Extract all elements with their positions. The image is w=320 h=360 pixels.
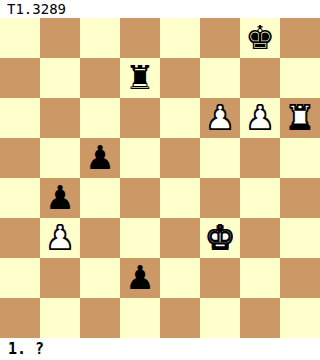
square-b1[interactable] xyxy=(40,298,80,338)
square-a7[interactable] xyxy=(0,58,40,98)
square-c3[interactable] xyxy=(80,218,120,258)
square-c1[interactable] xyxy=(80,298,120,338)
square-g4[interactable] xyxy=(240,178,280,218)
square-b8[interactable] xyxy=(40,18,80,58)
square-e4[interactable] xyxy=(160,178,200,218)
square-a3[interactable] xyxy=(0,218,40,258)
square-h7[interactable] xyxy=(280,58,320,98)
square-d2[interactable]: ♟ xyxy=(120,258,160,298)
square-d7[interactable]: ♜ xyxy=(120,58,160,98)
square-f7[interactable] xyxy=(200,58,240,98)
square-e8[interactable] xyxy=(160,18,200,58)
square-f8[interactable] xyxy=(200,18,240,58)
square-g1[interactable] xyxy=(240,298,280,338)
square-h4[interactable] xyxy=(280,178,320,218)
square-g8[interactable]: ♚ xyxy=(240,18,280,58)
square-d5[interactable] xyxy=(120,138,160,178)
square-d8[interactable] xyxy=(120,18,160,58)
square-d6[interactable] xyxy=(120,98,160,138)
square-c7[interactable] xyxy=(80,58,120,98)
square-e6[interactable] xyxy=(160,98,200,138)
square-b6[interactable] xyxy=(40,98,80,138)
square-f6[interactable]: ♟ xyxy=(200,98,240,138)
white-rook-h6[interactable]: ♜ xyxy=(280,98,320,138)
square-f4[interactable] xyxy=(200,178,240,218)
square-g3[interactable] xyxy=(240,218,280,258)
square-e5[interactable] xyxy=(160,138,200,178)
square-g5[interactable] xyxy=(240,138,280,178)
move-prompt: 1. ? xyxy=(0,338,320,360)
square-f5[interactable] xyxy=(200,138,240,178)
black-rook-d7[interactable]: ♜ xyxy=(120,58,160,98)
square-f1[interactable] xyxy=(200,298,240,338)
chess-puzzle-window: T1.3289 ♚♜♟♟♜♟♟♟♚♟ 1. ? xyxy=(0,0,320,360)
square-b4[interactable]: ♟ xyxy=(40,178,80,218)
square-a5[interactable] xyxy=(0,138,40,178)
square-h2[interactable] xyxy=(280,258,320,298)
square-d3[interactable] xyxy=(120,218,160,258)
square-a4[interactable] xyxy=(0,178,40,218)
puzzle-id: T1.3289 xyxy=(0,0,320,18)
black-pawn-d2[interactable]: ♟ xyxy=(120,258,160,298)
square-e3[interactable] xyxy=(160,218,200,258)
black-pawn-c5[interactable]: ♟ xyxy=(80,138,120,178)
square-g2[interactable] xyxy=(240,258,280,298)
square-a8[interactable] xyxy=(0,18,40,58)
square-c6[interactable] xyxy=(80,98,120,138)
white-king-f3[interactable]: ♚ xyxy=(200,218,240,258)
square-b5[interactable] xyxy=(40,138,80,178)
square-a2[interactable] xyxy=(0,258,40,298)
square-g6[interactable]: ♟ xyxy=(240,98,280,138)
square-c5[interactable]: ♟ xyxy=(80,138,120,178)
square-g7[interactable] xyxy=(240,58,280,98)
white-pawn-g6[interactable]: ♟ xyxy=(240,98,280,138)
square-f3[interactable]: ♚ xyxy=(200,218,240,258)
white-pawn-f6[interactable]: ♟ xyxy=(200,98,240,138)
chess-board: ♚♜♟♟♜♟♟♟♚♟ xyxy=(0,18,320,338)
square-c2[interactable] xyxy=(80,258,120,298)
square-c4[interactable] xyxy=(80,178,120,218)
square-h8[interactable] xyxy=(280,18,320,58)
square-e1[interactable] xyxy=(160,298,200,338)
square-h1[interactable] xyxy=(280,298,320,338)
square-h6[interactable]: ♜ xyxy=(280,98,320,138)
square-a6[interactable] xyxy=(0,98,40,138)
black-king-g8[interactable]: ♚ xyxy=(240,18,280,58)
black-pawn-b4[interactable]: ♟ xyxy=(40,178,80,218)
square-e7[interactable] xyxy=(160,58,200,98)
square-d1[interactable] xyxy=(120,298,160,338)
square-c8[interactable] xyxy=(80,18,120,58)
square-d4[interactable] xyxy=(120,178,160,218)
square-b2[interactable] xyxy=(40,258,80,298)
square-b3[interactable]: ♟ xyxy=(40,218,80,258)
square-f2[interactable] xyxy=(200,258,240,298)
square-b7[interactable] xyxy=(40,58,80,98)
square-a1[interactable] xyxy=(0,298,40,338)
square-h3[interactable] xyxy=(280,218,320,258)
square-h5[interactable] xyxy=(280,138,320,178)
square-e2[interactable] xyxy=(160,258,200,298)
white-pawn-b3[interactable]: ♟ xyxy=(40,218,80,258)
